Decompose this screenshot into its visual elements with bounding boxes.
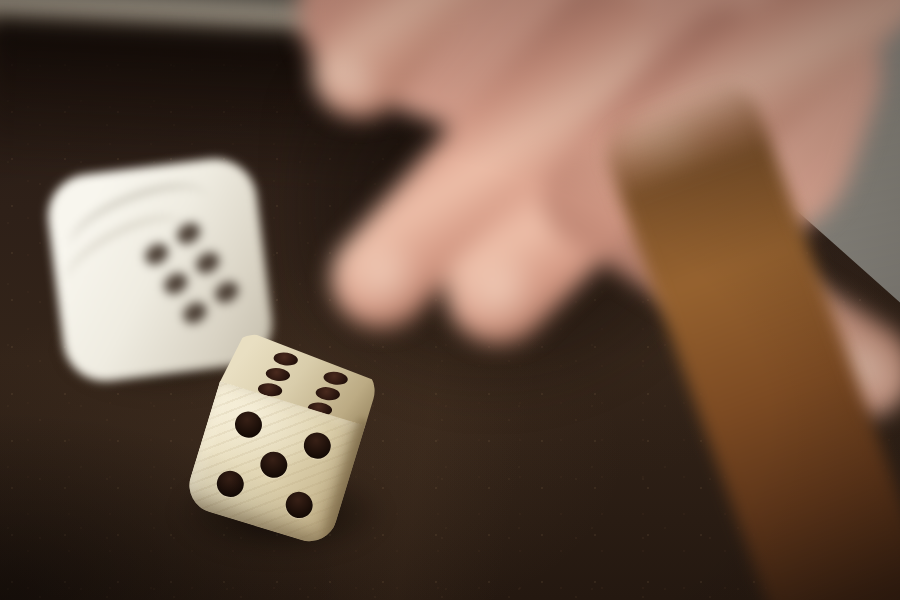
- die-pip: [180, 299, 210, 328]
- die-pip: [192, 248, 222, 277]
- die-pip: [314, 386, 341, 402]
- die-pip: [231, 408, 264, 441]
- die-pip: [264, 366, 291, 382]
- die-pip: [173, 219, 203, 248]
- die-pip: [141, 239, 171, 268]
- die-pip: [161, 269, 191, 298]
- photo-scene: [0, 0, 900, 600]
- die-pip: [213, 467, 246, 500]
- die-pip: [301, 430, 334, 463]
- die-pip: [211, 278, 241, 307]
- die-pip: [322, 370, 349, 386]
- die-pip: [272, 350, 299, 366]
- die-pip: [257, 448, 290, 481]
- die-pip: [283, 488, 316, 521]
